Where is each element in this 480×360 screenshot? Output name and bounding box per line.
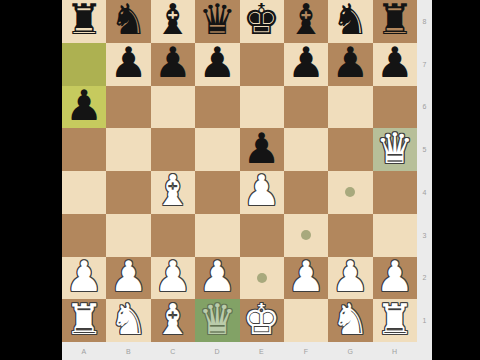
- rank-label-3: 3: [417, 214, 432, 257]
- square-g8[interactable]: ♞: [328, 0, 372, 43]
- square-d4[interactable]: [195, 171, 239, 214]
- piece-black-knight[interactable]: ♞: [110, 0, 148, 41]
- square-h5[interactable]: ♛: [373, 128, 417, 171]
- square-b6[interactable]: [106, 86, 150, 129]
- square-h6[interactable]: [373, 86, 417, 129]
- piece-white-rook[interactable]: ♜: [376, 299, 414, 341]
- ghost-piece-white-queen: ♛: [198, 299, 236, 341]
- square-e3[interactable]: [240, 214, 284, 257]
- piece-black-pawn[interactable]: ♟: [287, 42, 325, 84]
- square-g5[interactable]: [328, 128, 372, 171]
- square-d2[interactable]: ♟: [195, 257, 239, 300]
- square-a1[interactable]: ♜: [62, 299, 106, 342]
- square-f1[interactable]: [284, 299, 328, 342]
- video-frame: { "game": "chess", "position": { "fen": …: [0, 0, 480, 360]
- piece-black-pawn[interactable]: ♟: [376, 42, 414, 84]
- piece-black-bishop[interactable]: ♝: [287, 0, 325, 41]
- move-path-dot-e2[interactable]: [257, 273, 267, 283]
- square-a8[interactable]: ♜: [62, 0, 106, 43]
- square-a6[interactable]: ♟: [62, 86, 106, 129]
- square-a4[interactable]: [62, 171, 106, 214]
- square-f2[interactable]: ♟: [284, 257, 328, 300]
- rank-label-8: 8: [417, 0, 432, 43]
- square-d7[interactable]: ♟: [195, 43, 239, 86]
- square-e7[interactable]: [240, 43, 284, 86]
- rank-label-1: 1: [417, 299, 432, 342]
- square-h7[interactable]: ♟: [373, 43, 417, 86]
- piece-white-pawn[interactable]: ♟: [332, 256, 370, 298]
- piece-black-pawn[interactable]: ♟: [243, 128, 281, 170]
- square-g4[interactable]: [328, 171, 372, 214]
- piece-white-knight[interactable]: ♞: [332, 299, 370, 341]
- square-e2[interactable]: [240, 257, 284, 300]
- piece-black-pawn[interactable]: ♟: [154, 42, 192, 84]
- file-label-e: E: [240, 342, 284, 360]
- piece-white-pawn[interactable]: ♟: [110, 256, 148, 298]
- square-c8[interactable]: ♝: [151, 0, 195, 43]
- piece-black-bishop[interactable]: ♝: [154, 0, 192, 41]
- piece-black-pawn[interactable]: ♟: [110, 42, 148, 84]
- square-f5[interactable]: [284, 128, 328, 171]
- rank-labels: 87654321: [417, 0, 432, 342]
- square-a2[interactable]: ♟: [62, 257, 106, 300]
- square-h8[interactable]: ♜: [373, 0, 417, 43]
- square-b4[interactable]: [106, 171, 150, 214]
- square-f7[interactable]: ♟: [284, 43, 328, 86]
- piece-white-bishop[interactable]: ♝: [154, 170, 192, 212]
- square-d3[interactable]: [195, 214, 239, 257]
- piece-white-pawn[interactable]: ♟: [198, 256, 236, 298]
- piece-white-bishop[interactable]: ♝: [154, 299, 192, 341]
- piece-white-queen[interactable]: ♛: [376, 128, 414, 170]
- piece-white-pawn[interactable]: ♟: [154, 256, 192, 298]
- piece-white-rook[interactable]: ♜: [65, 299, 103, 341]
- file-label-d: D: [195, 342, 239, 360]
- square-e8[interactable]: ♚: [240, 0, 284, 43]
- file-label-h: H: [373, 342, 417, 360]
- file-label-b: B: [106, 342, 150, 360]
- square-f3[interactable]: [284, 214, 328, 257]
- square-g3[interactable]: [328, 214, 372, 257]
- square-e5[interactable]: ♟: [240, 128, 284, 171]
- square-b8[interactable]: ♞: [106, 0, 150, 43]
- rank-label-5: 5: [417, 128, 432, 171]
- piece-black-knight[interactable]: ♞: [332, 0, 370, 41]
- piece-white-knight[interactable]: ♞: [110, 299, 148, 341]
- piece-black-king[interactable]: ♚: [243, 0, 281, 41]
- square-e6[interactable]: [240, 86, 284, 129]
- square-d5[interactable]: [195, 128, 239, 171]
- square-c5[interactable]: [151, 128, 195, 171]
- file-label-g: G: [328, 342, 372, 360]
- square-d6[interactable]: [195, 86, 239, 129]
- square-a3[interactable]: [62, 214, 106, 257]
- square-f8[interactable]: ♝: [284, 0, 328, 43]
- square-b2[interactable]: ♟: [106, 257, 150, 300]
- file-label-c: C: [151, 342, 195, 360]
- square-h2[interactable]: ♟: [373, 257, 417, 300]
- square-a7[interactable]: [62, 43, 106, 86]
- rank-label-7: 7: [417, 43, 432, 86]
- square-h3[interactable]: [373, 214, 417, 257]
- square-f6[interactable]: [284, 86, 328, 129]
- rank-label-2: 2: [417, 257, 432, 300]
- piece-black-pawn[interactable]: ♟: [198, 42, 236, 84]
- square-g2[interactable]: ♟: [328, 257, 372, 300]
- piece-black-rook[interactable]: ♜: [65, 0, 103, 41]
- square-g6[interactable]: [328, 86, 372, 129]
- chess-app-area: ♜♞♝♛♚♝♞♜♟♟♟♟♟♟♟♟♛♝♟♟♟♟♟♟♟♟♜♞♝♛♚♞♜ 876543…: [62, 0, 432, 360]
- square-c1[interactable]: ♝: [151, 299, 195, 342]
- square-e1[interactable]: ♚: [240, 299, 284, 342]
- chess-board: ♜♞♝♛♚♝♞♜♟♟♟♟♟♟♟♟♛♝♟♟♟♟♟♟♟♟♜♞♝♛♚♞♜: [62, 0, 417, 342]
- square-c6[interactable]: [151, 86, 195, 129]
- square-h4[interactable]: [373, 171, 417, 214]
- piece-black-pawn[interactable]: ♟: [332, 42, 370, 84]
- file-labels: ABCDEFGH: [62, 342, 417, 360]
- piece-white-pawn[interactable]: ♟: [243, 170, 281, 212]
- piece-white-king[interactable]: ♚: [243, 299, 281, 341]
- move-path-dot-g4[interactable]: [345, 187, 355, 197]
- square-f4[interactable]: [284, 171, 328, 214]
- square-a5[interactable]: [62, 128, 106, 171]
- square-b1[interactable]: ♞: [106, 299, 150, 342]
- square-g1[interactable]: ♞: [328, 299, 372, 342]
- square-e4[interactable]: ♟: [240, 171, 284, 214]
- piece-black-pawn[interactable]: ♟: [65, 85, 103, 127]
- piece-white-pawn[interactable]: ♟: [65, 256, 103, 298]
- file-label-f: F: [284, 342, 328, 360]
- square-c3[interactable]: [151, 214, 195, 257]
- square-b5[interactable]: [106, 128, 150, 171]
- file-label-a: A: [62, 342, 106, 360]
- square-d1[interactable]: ♛: [195, 299, 239, 342]
- square-b3[interactable]: [106, 214, 150, 257]
- square-g7[interactable]: ♟: [328, 43, 372, 86]
- square-b7[interactable]: ♟: [106, 43, 150, 86]
- square-d8[interactable]: ♛: [195, 0, 239, 43]
- piece-white-pawn[interactable]: ♟: [287, 256, 325, 298]
- square-c4[interactable]: ♝: [151, 171, 195, 214]
- rank-label-4: 4: [417, 171, 432, 214]
- move-path-dot-f3[interactable]: [301, 230, 311, 240]
- square-c7[interactable]: ♟: [151, 43, 195, 86]
- piece-white-pawn[interactable]: ♟: [376, 256, 414, 298]
- piece-black-rook[interactable]: ♜: [376, 0, 414, 41]
- square-h1[interactable]: ♜: [373, 299, 417, 342]
- square-c2[interactable]: ♟: [151, 257, 195, 300]
- piece-black-queen[interactable]: ♛: [198, 0, 236, 41]
- rank-label-6: 6: [417, 86, 432, 129]
